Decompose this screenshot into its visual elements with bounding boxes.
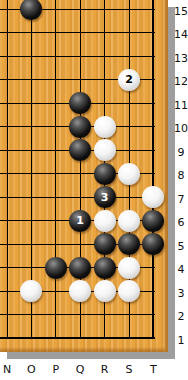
black-stone-Q11[interactable] [69,92,91,114]
grid-line-row-2 [0,314,155,315]
column-label-P: P [52,364,59,375]
black-stone-O15[interactable] [20,0,42,20]
black-stone-Q4[interactable] [69,257,91,279]
grid-line-col-N [7,0,8,339]
row-label-11: 11 [174,99,188,110]
white-stone-S12[interactable]: 2 [118,69,140,91]
go-board[interactable]: 312 [0,0,168,352]
column-label-N: N [3,364,11,375]
column-label-O: O [27,364,36,375]
row-label-15: 15 [174,5,188,16]
white-stone-Q3[interactable] [69,280,91,302]
column-label-S: S [126,364,133,375]
move-number-label: 2 [125,74,133,85]
black-stone-R5[interactable] [94,233,116,255]
black-stone-Q9[interactable] [69,139,91,161]
row-label-7: 7 [178,193,185,204]
white-stone-S6[interactable] [118,210,140,232]
black-stone-T5[interactable] [142,233,164,255]
row-label-12: 12 [174,76,188,87]
black-stone-T6[interactable] [142,210,164,232]
go-app-window: 312 151413121110987654321NOPQRST [0,0,188,380]
white-stone-S3[interactable] [118,280,140,302]
white-stone-S4[interactable] [118,257,140,279]
grid-line-row-1 [0,337,155,339]
white-stone-T7[interactable] [142,186,164,208]
row-label-5: 5 [178,240,185,251]
row-label-6: 6 [178,217,185,228]
column-label-T: T [150,364,157,375]
row-label-13: 13 [174,52,188,63]
black-stone-R4[interactable] [94,257,116,279]
black-stone-P4[interactable] [45,257,67,279]
column-label-R: R [101,364,109,375]
black-stone-S5[interactable] [118,233,140,255]
white-stone-R10[interactable] [94,116,116,138]
move-number-label: 3 [101,192,109,203]
white-stone-O3[interactable] [20,280,42,302]
black-stone-Q10[interactable] [69,116,91,138]
black-stone-R8[interactable] [94,163,116,185]
move-number-label: 1 [76,215,84,226]
row-label-8: 8 [178,170,185,181]
black-stone-R7[interactable]: 3 [94,186,116,208]
white-stone-R3[interactable] [94,280,116,302]
row-label-4: 4 [178,264,185,275]
row-label-1: 1 [178,334,185,345]
white-stone-R9[interactable] [94,139,116,161]
white-stone-R6[interactable] [94,210,116,232]
row-label-9: 9 [178,146,185,157]
grid-line-col-P [55,0,56,339]
column-label-Q: Q [76,364,85,375]
grid-line-row-14 [0,32,155,33]
row-label-10: 10 [174,123,188,134]
grid-line-row-13 [0,56,155,57]
white-stone-S8[interactable] [118,163,140,185]
row-label-2: 2 [178,311,185,322]
grid-line-col-T [152,0,154,339]
row-label-14: 14 [174,29,188,40]
grid-line-row-7 [0,197,155,198]
black-stone-Q6[interactable]: 1 [69,210,91,232]
row-label-3: 3 [178,287,185,298]
